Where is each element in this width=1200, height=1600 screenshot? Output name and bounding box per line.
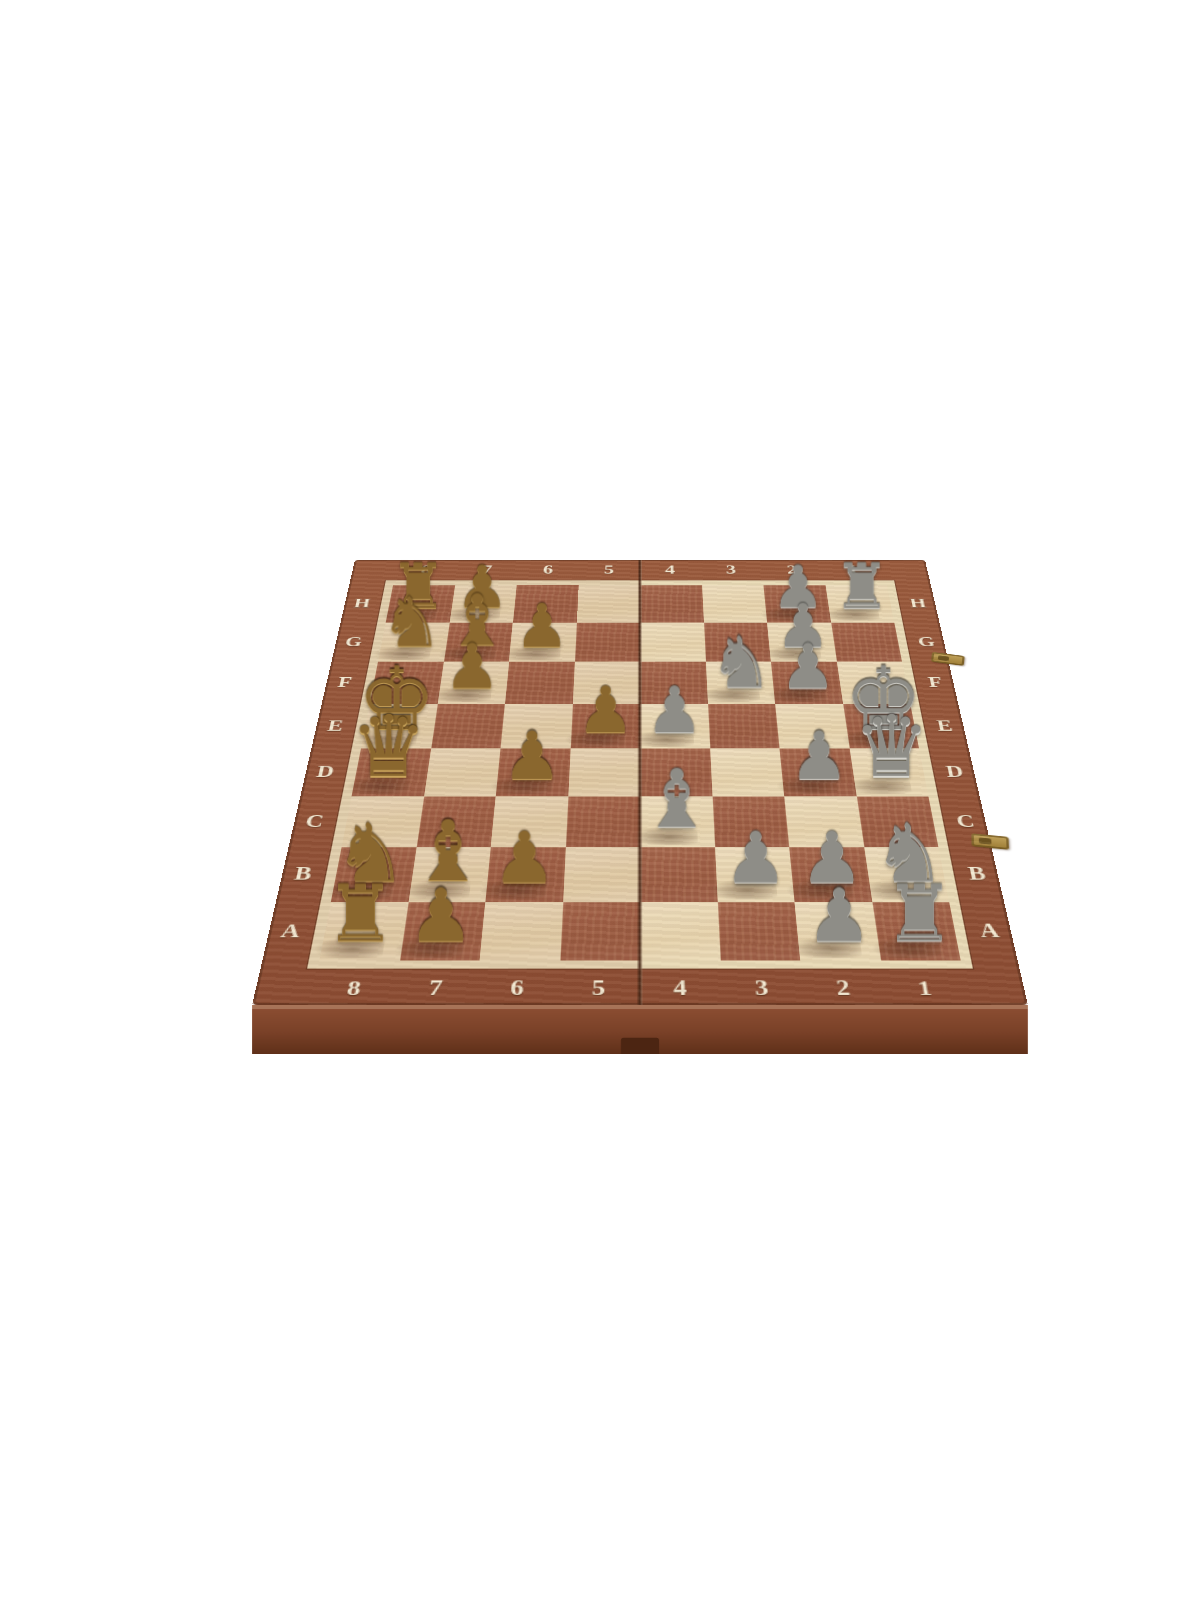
coord-right-A: A (977, 920, 1002, 942)
square-b3: ♟ (715, 847, 795, 902)
piece-white-pawn-e4: ♟ (646, 678, 704, 742)
square-h5 (576, 585, 640, 622)
square-h4 (640, 585, 704, 622)
square-d1: ♛ (849, 748, 928, 796)
piece-black-queen-d8: ♛ (351, 704, 428, 789)
square-a8: ♜ (319, 902, 408, 961)
piece-black-pawn-e5: ♟ (576, 678, 634, 742)
square-e4: ♟ (640, 704, 710, 749)
square-b5 (563, 847, 640, 902)
product-photo-scene: ♜♟♟♜♞♝♟♟♟♞♟♚♟♟♚♛♟♟♛♝♞♝♟♟♟♞♜♟♟♜ 876543218… (355, 560, 925, 1180)
square-f6 (505, 662, 575, 704)
piece-white-rook-h1: ♜ (833, 554, 889, 617)
coord-bottom-2: 2 (835, 976, 853, 1000)
square-e7 (431, 704, 505, 749)
square-d2: ♟ (780, 748, 857, 796)
coord-bottom-5: 5 (591, 976, 606, 1000)
square-a4 (640, 902, 720, 961)
square-g6: ♟ (509, 622, 576, 661)
square-a7: ♟ (400, 902, 486, 961)
square-f7: ♟ (437, 662, 509, 704)
square-g5 (575, 622, 640, 661)
square-d7 (424, 748, 501, 796)
square-a5 (560, 902, 640, 961)
coord-top-5: 5 (604, 563, 615, 576)
coord-right-E: E (935, 717, 955, 734)
coord-right-D: D (944, 763, 966, 781)
coord-bottom-3: 3 (754, 976, 771, 1000)
square-d5 (568, 748, 640, 796)
coord-left-C: C (304, 812, 327, 831)
square-h1: ♜ (825, 585, 894, 622)
coord-right-F: F (927, 675, 945, 691)
piece-black-pawn-d6: ♟ (503, 723, 563, 789)
piece-black-pawn-f7: ♟ (444, 636, 500, 698)
coord-top-4: 4 (665, 563, 676, 576)
piece-white-pawn-f2: ♟ (780, 636, 836, 698)
piece-black-pawn-a7: ♟ (408, 878, 474, 952)
piece-white-knight-f3: ♞ (709, 627, 773, 698)
square-a2: ♟ (795, 902, 881, 961)
coord-left-F: F (336, 675, 354, 691)
piece-white-rook-a1: ♜ (884, 873, 955, 952)
piece-white-pawn-d2: ♟ (790, 723, 850, 789)
piece-black-knight-g8: ♞ (381, 587, 443, 656)
chess-board: ♜♟♟♜♞♝♟♟♟♞♟♚♟♟♚♛♟♟♛♝♞♝♟♟♟♞♜♟♟♜ 876543218… (252, 560, 1028, 1005)
square-b4 (640, 847, 717, 902)
board-front-edge (252, 1005, 1028, 1054)
coord-top-3: 3 (725, 563, 737, 576)
square-d6: ♟ (496, 748, 570, 796)
piece-white-pawn-b3: ♟ (723, 823, 787, 894)
coord-left-D: D (315, 763, 337, 781)
square-f2: ♟ (771, 662, 843, 704)
coord-right-C: C (955, 812, 978, 831)
coord-top-6: 6 (542, 563, 554, 576)
coord-left-B: B (292, 864, 315, 885)
square-a1: ♜ (872, 902, 961, 961)
coord-bottom-4: 4 (673, 976, 688, 1000)
square-d3 (710, 748, 784, 796)
piece-white-bishop-c4: ♝ (641, 759, 714, 840)
coord-left-E: E (326, 717, 346, 734)
square-f3: ♞ (705, 662, 775, 704)
piece-black-pawn-g6: ♟ (515, 596, 569, 656)
square-e5: ♟ (570, 704, 640, 749)
square-e3 (708, 704, 780, 749)
coord-right-H: H (908, 596, 928, 610)
coord-bottom-6: 6 (509, 976, 526, 1000)
square-c4: ♝ (640, 796, 715, 847)
coord-right-B: B (966, 864, 989, 885)
square-d8: ♛ (352, 748, 431, 796)
piece-white-queen-d1: ♛ (853, 704, 930, 789)
square-g4 (640, 622, 705, 661)
coord-left-H: H (352, 596, 372, 610)
square-a6 (480, 902, 563, 961)
piece-white-pawn-a2: ♟ (806, 878, 872, 952)
square-h3 (702, 585, 767, 622)
piece-black-rook-a8: ♜ (325, 873, 396, 952)
square-b6: ♟ (485, 847, 565, 902)
hinge-notch (621, 1038, 659, 1054)
piece-black-pawn-b6: ♟ (493, 823, 557, 894)
brass-latch-icon (971, 833, 1009, 849)
coord-bottom-1: 1 (916, 976, 935, 1000)
square-c5 (565, 796, 640, 847)
square-a3 (717, 902, 800, 961)
coord-left-A: A (279, 920, 304, 942)
coord-bottom-8: 8 (345, 976, 364, 1000)
brass-latch-icon (931, 652, 965, 666)
coord-bottom-7: 7 (427, 976, 445, 1000)
